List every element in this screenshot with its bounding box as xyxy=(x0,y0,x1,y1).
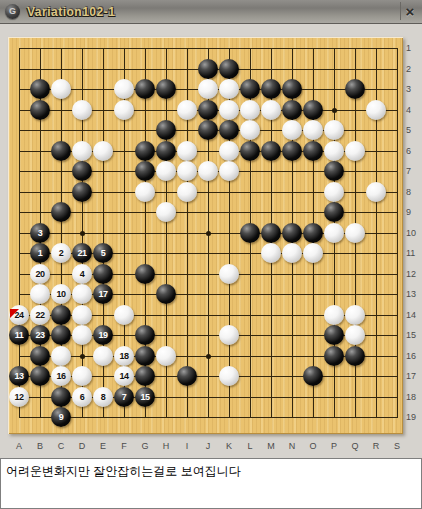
comment-text: 어려운변화지만 잘안잡히는걸로 보여집니다 xyxy=(1,459,421,484)
numbered-stone: 15 xyxy=(135,387,155,407)
row-label: 15 xyxy=(406,329,422,341)
stone-black xyxy=(240,223,260,243)
stone-black xyxy=(135,366,155,386)
stone-white xyxy=(114,305,134,325)
column-label: Q xyxy=(345,440,366,452)
stone-white xyxy=(366,182,386,202)
numbered-stone: 17 xyxy=(93,284,113,304)
stone-black xyxy=(303,141,323,161)
stone-white xyxy=(282,243,302,263)
stone-white xyxy=(324,223,344,243)
row-label: 7 xyxy=(406,165,422,177)
numbered-stone: 13 xyxy=(9,366,29,386)
stone-black xyxy=(51,325,71,345)
stone-white xyxy=(72,100,92,120)
last-move-marker xyxy=(10,309,19,318)
stone-black xyxy=(219,120,239,140)
stone-white xyxy=(51,79,71,99)
column-label: S xyxy=(387,440,408,452)
stone-black xyxy=(198,59,218,79)
app-icon-letter: G xyxy=(9,4,16,19)
stone-black xyxy=(135,325,155,345)
stone-white xyxy=(93,346,113,366)
row-label: 19 xyxy=(406,411,422,423)
stone-black xyxy=(156,79,176,99)
column-label: D xyxy=(72,440,93,452)
stone-white xyxy=(324,120,344,140)
stone-black xyxy=(198,120,218,140)
numbered-stone: 22 xyxy=(30,305,50,325)
stone-white xyxy=(198,79,218,99)
numbered-stone: 2 xyxy=(51,243,71,263)
numbered-stone: 21 xyxy=(72,243,92,263)
window-titlebar[interactable]: G Variation102-1 × xyxy=(0,0,422,24)
stone-black xyxy=(345,346,365,366)
stone-white xyxy=(198,161,218,181)
row-label: 11 xyxy=(406,247,422,259)
row-label: 4 xyxy=(406,104,422,116)
stone-white xyxy=(177,100,197,120)
numbered-stone: 4 xyxy=(72,264,92,284)
stone-white xyxy=(177,182,197,202)
stone-white xyxy=(114,79,134,99)
stone-white xyxy=(240,100,260,120)
stone-black xyxy=(51,305,71,325)
column-label: M xyxy=(261,440,282,452)
row-label: 18 xyxy=(406,391,422,403)
row-label: 14 xyxy=(406,309,422,321)
comment-panel[interactable]: 어려운변화지만 잘안잡히는걸로 보여집니다 xyxy=(0,458,422,509)
stone-black xyxy=(219,59,239,79)
stone-black xyxy=(51,202,71,222)
numbered-stone: 20 xyxy=(30,264,50,284)
stone-white xyxy=(324,305,344,325)
stone-black xyxy=(324,325,344,345)
stone-black xyxy=(303,223,323,243)
stone-white xyxy=(93,141,113,161)
stone-black xyxy=(303,366,323,386)
stone-white xyxy=(177,141,197,161)
row-labels: 12345678910111213141516171819 xyxy=(405,0,422,440)
column-label: E xyxy=(93,440,114,452)
stone-white xyxy=(303,120,323,140)
column-labels: ABCDEFGHIJKLMNOPQRS xyxy=(0,440,422,452)
row-label: 1 xyxy=(406,42,422,54)
window-title: Variation102-1 xyxy=(27,5,115,19)
numbered-stone: 5 xyxy=(93,243,113,263)
stone-black xyxy=(135,346,155,366)
stone-white xyxy=(219,325,239,345)
stone-white xyxy=(156,161,176,181)
stone-black xyxy=(282,100,302,120)
stone-black xyxy=(72,182,92,202)
stone-white xyxy=(30,284,50,304)
column-label: G xyxy=(135,440,156,452)
row-label: 16 xyxy=(406,350,422,362)
stone-black xyxy=(240,79,260,99)
row-label: 6 xyxy=(406,145,422,157)
stone-white xyxy=(345,141,365,161)
star-point xyxy=(206,354,211,359)
stone-white xyxy=(156,346,176,366)
column-label: R xyxy=(366,440,387,452)
numbered-stone: 14 xyxy=(114,366,134,386)
stone-black xyxy=(156,284,176,304)
stone-black xyxy=(135,79,155,99)
board-grid: 312215204101724221123191813161412687159 xyxy=(19,48,398,418)
stone-black xyxy=(51,387,71,407)
stone-white xyxy=(72,366,92,386)
row-label: 17 xyxy=(406,370,422,382)
stone-black xyxy=(282,223,302,243)
stone-white xyxy=(51,346,71,366)
numbered-stone: 12 xyxy=(9,387,29,407)
stone-black xyxy=(324,202,344,222)
stone-black xyxy=(324,161,344,181)
stone-black xyxy=(72,161,92,181)
stone-black xyxy=(51,141,71,161)
stone-white xyxy=(261,100,281,120)
stone-black xyxy=(261,79,281,99)
column-label: L xyxy=(240,440,261,452)
star-point xyxy=(332,108,337,113)
star-point xyxy=(80,231,85,236)
stone-black xyxy=(135,264,155,284)
numbered-stone: 1 xyxy=(30,243,50,263)
column-label: A xyxy=(9,440,30,452)
column-label: B xyxy=(30,440,51,452)
stone-white xyxy=(72,284,92,304)
column-label: C xyxy=(51,440,72,452)
column-label: K xyxy=(219,440,240,452)
stone-white xyxy=(177,161,197,181)
stone-black xyxy=(135,141,155,161)
stone-black xyxy=(261,141,281,161)
stone-white xyxy=(72,141,92,161)
row-label: 3 xyxy=(406,83,422,95)
stone-black xyxy=(198,100,218,120)
numbered-stone: 6 xyxy=(72,387,92,407)
stone-white xyxy=(135,182,155,202)
row-label: 8 xyxy=(406,186,422,198)
stone-black xyxy=(303,100,323,120)
star-point xyxy=(80,354,85,359)
stone-black xyxy=(30,366,50,386)
numbered-stone: 11 xyxy=(9,325,29,345)
app-icon: G xyxy=(5,4,20,19)
stone-white xyxy=(282,120,302,140)
stone-white xyxy=(261,243,281,263)
row-label: 12 xyxy=(406,268,422,280)
numbered-stone: 10 xyxy=(51,284,71,304)
row-label: 2 xyxy=(406,63,422,75)
stone-black xyxy=(156,141,176,161)
stone-white xyxy=(219,161,239,181)
numbered-stone: 8 xyxy=(93,387,113,407)
numbered-stone: 23 xyxy=(30,325,50,345)
stone-white xyxy=(156,202,176,222)
stone-white xyxy=(366,100,386,120)
stone-black xyxy=(282,79,302,99)
stone-white xyxy=(72,325,92,345)
column-label: J xyxy=(198,440,219,452)
column-label: O xyxy=(303,440,324,452)
stone-white xyxy=(219,366,239,386)
stone-black xyxy=(177,366,197,386)
numbered-stone: 3 xyxy=(30,223,50,243)
stone-white xyxy=(345,325,365,345)
numbered-stone: 9 xyxy=(51,407,71,427)
stone-white xyxy=(219,79,239,99)
row-label: 9 xyxy=(406,206,422,218)
stone-white xyxy=(303,243,323,263)
column-label: I xyxy=(177,440,198,452)
stone-black xyxy=(240,141,260,161)
stone-black xyxy=(30,100,50,120)
row-label: 10 xyxy=(406,227,422,239)
stone-black xyxy=(156,120,176,140)
stone-white xyxy=(114,100,134,120)
column-label: N xyxy=(282,440,303,452)
stone-white xyxy=(345,223,365,243)
stone-white xyxy=(324,141,344,161)
stone-black xyxy=(324,346,344,366)
numbered-stone: 19 xyxy=(93,325,113,345)
star-point xyxy=(206,231,211,236)
stone-black xyxy=(135,161,155,181)
stone-white xyxy=(219,100,239,120)
go-board[interactable]: 312215204101724221123191813161412687159 xyxy=(8,37,403,434)
stone-black xyxy=(30,346,50,366)
numbered-stone: 7 xyxy=(114,387,134,407)
stone-black xyxy=(261,223,281,243)
column-label: F xyxy=(114,440,135,452)
numbered-stone: 18 xyxy=(114,346,134,366)
column-label: P xyxy=(324,440,345,452)
stone-white xyxy=(72,305,92,325)
stone-white xyxy=(219,141,239,161)
stone-white xyxy=(240,120,260,140)
column-label: H xyxy=(156,440,177,452)
stone-black xyxy=(30,79,50,99)
stone-black xyxy=(93,264,113,284)
stone-white xyxy=(345,305,365,325)
stone-white xyxy=(219,264,239,284)
row-label: 5 xyxy=(406,124,422,136)
numbered-stone: 16 xyxy=(51,366,71,386)
stone-black xyxy=(345,79,365,99)
row-label: 13 xyxy=(406,288,422,300)
stone-black xyxy=(282,141,302,161)
stone-white xyxy=(324,182,344,202)
